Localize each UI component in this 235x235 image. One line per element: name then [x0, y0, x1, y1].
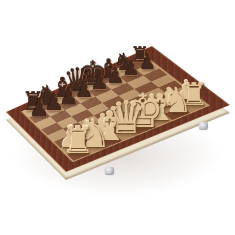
metal-clasp-front	[105, 167, 114, 174]
metal-clasp-right	[199, 122, 208, 129]
chess-set-photo: ♜♟♞♟♝♟♚♟♛♟♝♟♟♞♜♟♟♜♞♟♟♝♟♚♟♛♟♝♟♞♟♜	[0, 0, 235, 235]
